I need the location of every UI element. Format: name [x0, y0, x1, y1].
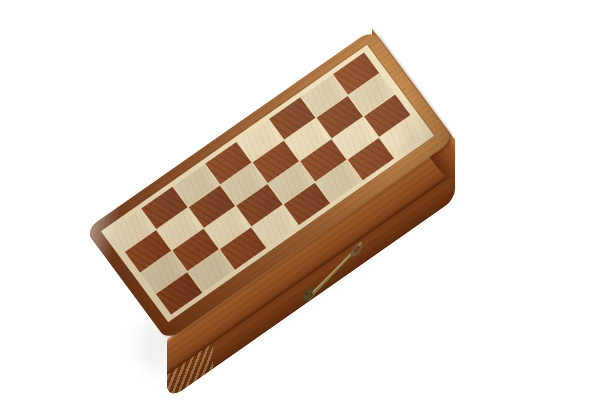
photo-background: [0, 0, 612, 408]
finger-joints: [167, 343, 213, 401]
